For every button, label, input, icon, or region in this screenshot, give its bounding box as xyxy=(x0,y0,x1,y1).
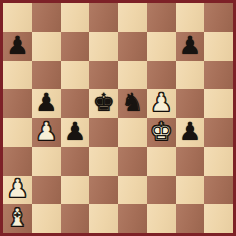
square-d2[interactable] xyxy=(89,176,118,205)
square-d6[interactable] xyxy=(89,61,118,90)
square-a4[interactable] xyxy=(3,118,32,147)
black-pawn: ♟ xyxy=(179,119,201,144)
square-g6[interactable] xyxy=(176,61,205,90)
square-b3[interactable] xyxy=(32,147,61,176)
square-c1[interactable] xyxy=(61,204,90,233)
square-f5[interactable]: ♟ xyxy=(147,89,176,118)
square-g7[interactable]: ♟ xyxy=(176,32,205,61)
square-d8[interactable] xyxy=(89,3,118,32)
black-pawn: ♟ xyxy=(35,90,57,115)
square-c6[interactable] xyxy=(61,61,90,90)
black-pawn: ♟ xyxy=(64,119,86,144)
black-knight: ♞ xyxy=(121,90,143,115)
chess-board: ♟♟♟♚♞♟♟♟♚♟♟♝ xyxy=(0,0,236,236)
square-g2[interactable] xyxy=(176,176,205,205)
square-b5[interactable]: ♟ xyxy=(32,89,61,118)
square-d7[interactable] xyxy=(89,32,118,61)
square-b1[interactable] xyxy=(32,204,61,233)
square-e6[interactable] xyxy=(118,61,147,90)
square-f3[interactable] xyxy=(147,147,176,176)
square-e4[interactable] xyxy=(118,118,147,147)
square-a7[interactable]: ♟ xyxy=(3,32,32,61)
square-d5[interactable]: ♚ xyxy=(89,89,118,118)
white-king: ♚ xyxy=(150,119,172,144)
square-f6[interactable] xyxy=(147,61,176,90)
square-g4[interactable]: ♟ xyxy=(176,118,205,147)
black-pawn: ♟ xyxy=(6,33,28,58)
square-a5[interactable] xyxy=(3,89,32,118)
square-b6[interactable] xyxy=(32,61,61,90)
square-h5[interactable] xyxy=(204,89,233,118)
square-c3[interactable] xyxy=(61,147,90,176)
black-king: ♚ xyxy=(92,90,114,115)
square-e1[interactable] xyxy=(118,204,147,233)
square-c5[interactable] xyxy=(61,89,90,118)
square-f4[interactable]: ♚ xyxy=(147,118,176,147)
square-e8[interactable] xyxy=(118,3,147,32)
square-b2[interactable] xyxy=(32,176,61,205)
square-c2[interactable] xyxy=(61,176,90,205)
square-g1[interactable] xyxy=(176,204,205,233)
white-pawn: ♟ xyxy=(6,176,28,201)
square-a6[interactable] xyxy=(3,61,32,90)
square-d4[interactable] xyxy=(89,118,118,147)
square-a8[interactable] xyxy=(3,3,32,32)
square-e3[interactable] xyxy=(118,147,147,176)
square-b8[interactable] xyxy=(32,3,61,32)
square-f8[interactable] xyxy=(147,3,176,32)
square-c7[interactable] xyxy=(61,32,90,61)
square-c4[interactable]: ♟ xyxy=(61,118,90,147)
square-f7[interactable] xyxy=(147,32,176,61)
black-pawn: ♟ xyxy=(179,33,201,58)
square-e7[interactable] xyxy=(118,32,147,61)
square-h7[interactable] xyxy=(204,32,233,61)
square-e5[interactable]: ♞ xyxy=(118,89,147,118)
square-d3[interactable] xyxy=(89,147,118,176)
white-pawn: ♟ xyxy=(150,90,172,115)
square-h8[interactable] xyxy=(204,3,233,32)
square-g5[interactable] xyxy=(176,89,205,118)
square-b4[interactable]: ♟ xyxy=(32,118,61,147)
square-g3[interactable] xyxy=(176,147,205,176)
square-h1[interactable] xyxy=(204,204,233,233)
square-h4[interactable] xyxy=(204,118,233,147)
square-e2[interactable] xyxy=(118,176,147,205)
square-h2[interactable] xyxy=(204,176,233,205)
white-pawn: ♟ xyxy=(35,119,57,144)
square-a3[interactable] xyxy=(3,147,32,176)
square-c8[interactable] xyxy=(61,3,90,32)
square-h6[interactable] xyxy=(204,61,233,90)
square-f1[interactable] xyxy=(147,204,176,233)
white-bishop: ♝ xyxy=(6,205,28,230)
square-b7[interactable] xyxy=(32,32,61,61)
square-a2[interactable]: ♟ xyxy=(3,176,32,205)
square-a1[interactable]: ♝ xyxy=(3,204,32,233)
square-g8[interactable] xyxy=(176,3,205,32)
square-h3[interactable] xyxy=(204,147,233,176)
square-d1[interactable] xyxy=(89,204,118,233)
board-grid: ♟♟♟♚♞♟♟♟♚♟♟♝ xyxy=(3,3,233,233)
square-f2[interactable] xyxy=(147,176,176,205)
